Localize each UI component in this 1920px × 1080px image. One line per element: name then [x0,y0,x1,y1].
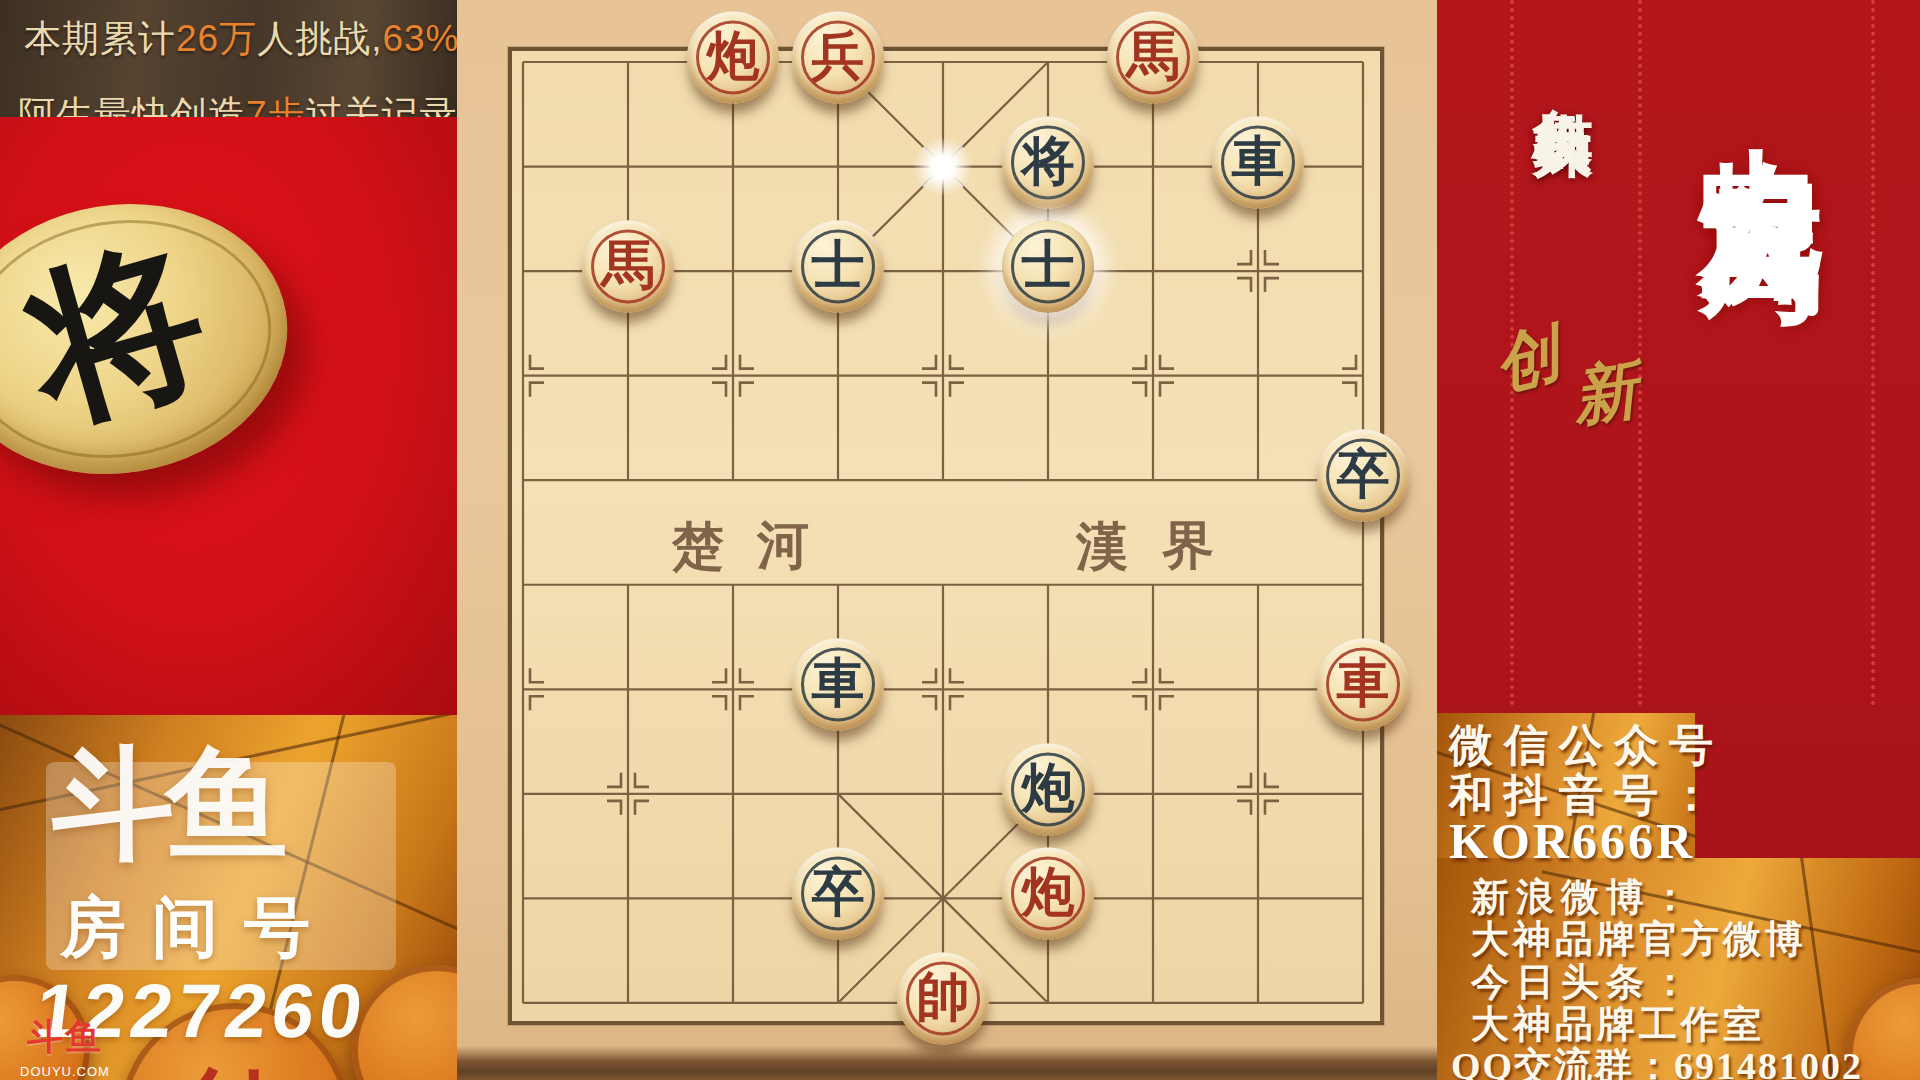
piece-character: 兵 [812,29,865,82]
piece-character: 帥 [917,970,970,1023]
board-front-edge [457,1046,1437,1080]
piece-black-士[interactable]: 士 [792,220,884,312]
contact-id-value: KOR666R [1449,812,1695,870]
piece-black-卒[interactable]: 卒 [1317,430,1409,522]
piece-black-士[interactable]: 士 [1002,220,1094,312]
piece-character: 馬 [602,238,655,291]
decor-general-piece-photo: 将 [0,180,307,498]
piece-black-将[interactable]: 将 [1002,116,1094,208]
photo-piece-character: 帥 [187,1050,283,1080]
stats-line-2: 阿生最快创造7步过关记录 [18,90,457,117]
pieces-layer: 炮兵馬将車馬士士卒車車炮卒炮帥 [457,0,1437,1080]
record-text: 过关记录 [306,94,457,117]
piece-character: 士 [812,238,865,291]
piece-black-卒[interactable]: 卒 [792,848,884,940]
banner-title-vertical: 中炮对屏风马 [1691,46,1834,136]
banner-subtitle-vertical: 象棋大师 [1521,60,1603,76]
stats-line-1: 本期累计26万人挑战,63%过关 [24,14,457,64]
douyu-corner-logo: 斗鱼 DOUYU.COM [20,1013,110,1079]
record-text: 阿生最快创造 [18,94,246,117]
stats-text: 人挑战, [257,18,382,59]
piece-character: 士 [1022,238,1075,291]
stats-pass-rate: 63% [382,18,457,59]
banner-divider [1638,0,1642,706]
piece-character: 車 [1232,134,1285,187]
piece-character: 炮 [1022,761,1075,814]
piece-red-炮[interactable]: 炮 [687,11,779,103]
stamp-char-xin: 新 [1567,346,1642,441]
piece-character: 卒 [812,866,865,919]
banner-divider [1871,0,1875,706]
piece-character: 炮 [707,29,760,82]
piece-character: 馬 [1127,29,1180,82]
piece-red-帥[interactable]: 帥 [897,952,989,1044]
left-stream-panel: 将 帥 斗鱼 房间号 1227260 斗鱼 DOUYU.COM 本期累计26万人… [0,0,457,1080]
piece-red-車[interactable]: 車 [1317,639,1409,731]
stamp-char-chuang: 创 [1485,310,1568,410]
contact-qq-group: QQ交流群：691481002 [1451,1041,1863,1080]
piece-black-車[interactable]: 車 [1212,116,1304,208]
piece-character: 将 [1022,134,1075,187]
piece-character: 車 [812,657,865,710]
xiangqi-board[interactable]: 楚 河 漢 界 炮兵馬将車馬士士卒車車炮卒炮帥 [457,0,1437,1080]
piece-black-炮[interactable]: 炮 [1002,743,1094,835]
douyu-photo-block: 帥 斗鱼 房间号 1227260 斗鱼 DOUYU.COM [0,715,457,1080]
record-steps: 7步 [246,94,306,117]
stats-text: 本期累计 [24,18,176,59]
piece-red-兵[interactable]: 兵 [792,11,884,103]
challenge-stats-banner: 本期累计26万人挑战,63%过关 阿生最快创造7步过关记录 [0,0,457,117]
piece-black-車[interactable]: 車 [792,639,884,731]
piece-character: 炮 [1022,866,1075,919]
piece-red-炮[interactable]: 炮 [1002,848,1094,940]
red-felt-background: 将 [0,117,457,715]
piece-character: 卒 [1337,447,1390,500]
douyu-wordmark: 斗鱼 [52,743,397,865]
right-banner-panel: 象棋大师 创 新 中炮对屏风马 微信公众号 和抖音号： KOR666R 新浪微博… [1437,0,1920,1080]
stats-count: 26万 [176,18,257,59]
piece-red-馬[interactable]: 馬 [1107,11,1199,103]
douyu-logo-domain: DOUYU.COM [20,1064,110,1079]
douyu-logo-cn: 斗鱼 [20,1013,110,1062]
piece-red-馬[interactable]: 馬 [582,220,674,312]
room-number-label: 房间号 [60,883,336,973]
piece-character: 車 [1337,657,1390,710]
